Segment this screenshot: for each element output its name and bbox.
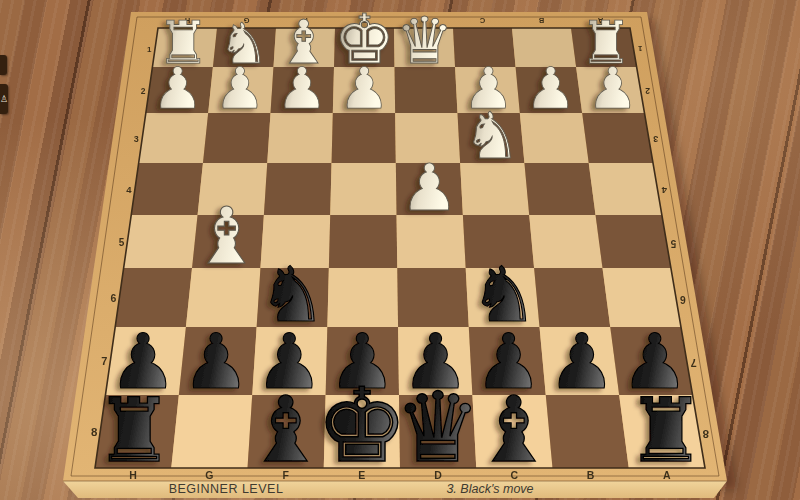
square-b4[interactable]	[524, 163, 595, 215]
square-e5[interactable]	[329, 215, 397, 268]
piece-black-rook-h8[interactable]: ♜	[94, 379, 173, 482]
file-label-bottom-b: B	[587, 469, 595, 481]
piece-black-bishop-f8[interactable]: ♝	[245, 377, 326, 482]
piece-white-pawn-g2[interactable]: ♟	[214, 55, 265, 121]
square-a5[interactable]	[596, 215, 671, 268]
square-h5[interactable]	[124, 215, 198, 268]
piece-white-pawn-e2[interactable]: ♟	[338, 55, 389, 121]
square-e4[interactable]	[330, 163, 396, 215]
file-label-bottom-g: G	[205, 469, 213, 481]
square-b5[interactable]	[529, 215, 602, 268]
square-f4[interactable]	[264, 163, 332, 215]
turn-indicator: 3. Black's move	[446, 482, 533, 496]
piece-black-pawn-g7[interactable]: ♟	[182, 317, 250, 406]
piece-white-queen-d1[interactable]: ♛	[396, 3, 454, 78]
piece-black-pawn-b7[interactable]: ♟	[548, 317, 616, 406]
piece-black-bishop-c8[interactable]: ♝	[473, 377, 554, 482]
rank-label-right-7: 7	[691, 357, 697, 369]
piece-black-rook-a8[interactable]: ♜	[626, 379, 705, 482]
rank-label-right-3: 3	[653, 134, 658, 144]
piece-white-pawn-f2[interactable]: ♟	[276, 55, 327, 121]
rank-label-left-5: 5	[119, 237, 125, 248]
piece-white-knight-c3[interactable]: ♞	[463, 99, 520, 173]
rank-label-right-1: 1	[638, 44, 643, 53]
rank-label-left-7: 7	[101, 355, 107, 367]
rank-label-left-3: 3	[134, 134, 139, 144]
piece-black-king-e8[interactable]: ♚	[316, 366, 408, 485]
rank-label-left-2: 2	[141, 86, 146, 96]
piece-white-pawn-a2[interactable]: ♟	[587, 55, 638, 121]
piece-white-pawn-h2[interactable]: ♟	[152, 55, 203, 121]
rank-label-right-4: 4	[661, 185, 667, 196]
piece-white-bishop-g5[interactable]: ♝	[192, 191, 262, 281]
rank-label-left-4: 4	[126, 184, 132, 195]
file-label-top-b: B	[538, 16, 544, 25]
piece-white-pawn-d4[interactable]: ♟	[401, 150, 459, 225]
rank-label-left-6: 6	[110, 292, 116, 304]
level-label: BEGINNER LEVEL	[169, 482, 284, 496]
square-a4[interactable]	[589, 163, 662, 215]
file-label-top-c: C	[479, 16, 485, 25]
rank-label-left-1: 1	[147, 45, 152, 54]
rank-label-right-6: 6	[680, 294, 686, 306]
rank-label-right-5: 5	[670, 238, 676, 249]
rank-label-right-2: 2	[645, 86, 650, 96]
chess-board: BEGINNER LEVEL 3. Black's move HHGGFFEED…	[0, 0, 800, 500]
piece-white-pawn-b2[interactable]: ♟	[525, 55, 576, 121]
